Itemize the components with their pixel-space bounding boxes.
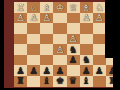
square-d3[interactable] [67,23,80,34]
letterbox-left [0,0,4,90]
square-d7[interactable] [67,65,80,76]
square-c2[interactable]: ♙ [80,13,93,24]
white-pawn-e5: ♙ [56,44,65,54]
square-g6[interactable] [27,55,40,66]
square-c7[interactable]: ♟ [80,65,93,76]
square-c6[interactable]: ♞ [80,55,93,66]
black-pawn-e7: ♟ [56,65,65,75]
square-c5[interactable] [80,44,93,55]
square-b2[interactable]: ♙ [93,13,106,24]
square-h5[interactable] [14,44,27,55]
square-h4[interactable] [14,34,27,45]
black-king-e8: ♚ [56,76,65,86]
square-b6[interactable] [93,55,106,66]
square-e4[interactable] [53,34,66,45]
square-f7[interactable]: ♟ [40,65,53,76]
black-queen-d8: ♛ [69,76,78,86]
square-f3[interactable] [40,23,53,34]
white-pawn-b2: ♙ [95,13,104,23]
square-g2[interactable]: ♙ [27,13,40,24]
white-pawn-c2: ♙ [82,13,91,23]
white-knight-b1: ♘ [95,2,104,12]
square-e3[interactable] [53,23,66,34]
square-e7[interactable]: ♟ [53,65,66,76]
white-king-e1: ♔ [56,2,65,12]
square-f4[interactable] [40,34,53,45]
square-g8[interactable] [27,76,40,87]
square-d5[interactable]: ♞ [67,44,80,55]
black-pawn-b7: ♟ [95,65,104,75]
black-pawn-f7: ♟ [43,65,52,75]
square-b7[interactable]: ♟ [93,65,106,76]
black-pawn-c7: ♟ [82,65,91,75]
chess-board: ♖♘♗♔♕♗♘♖♙♙♙♙♙♙♙♙♞♟♞♟♟♟♟♟♟♟♜♝♚♛♝♜ [14,2,119,87]
square-g4[interactable] [27,34,40,45]
square-f2[interactable]: ♙ [40,13,53,24]
square-g5[interactable] [27,44,40,55]
square-e5[interactable]: ♙ [53,44,66,55]
square-b8[interactable] [93,76,106,87]
white-pawn-d4: ♙ [69,34,78,44]
square-g1[interactable]: ♘ [27,2,40,13]
square-c4[interactable] [80,34,93,45]
square-d6[interactable]: ♟ [67,55,80,66]
square-e8[interactable]: ♚ [53,76,66,87]
square-b4[interactable] [93,34,106,45]
black-rook-h8: ♜ [16,76,25,86]
square-e6[interactable] [53,55,66,66]
white-knight-g1: ♘ [29,2,38,12]
square-c3[interactable] [80,23,93,34]
square-b3[interactable] [93,23,106,34]
black-pawn-g7: ♟ [29,65,38,75]
black-bishop-c8: ♝ [82,76,91,86]
black-pawn-d6: ♟ [69,55,78,65]
square-e1[interactable]: ♔ [53,2,66,13]
square-c8[interactable]: ♝ [80,76,93,87]
white-pawn-g2: ♙ [29,13,38,23]
square-g3[interactable] [27,23,40,34]
square-h7[interactable]: ♟ [14,65,27,76]
square-d8[interactable]: ♛ [67,76,80,87]
square-d2[interactable] [67,13,80,24]
letterbox-right-bottom [113,58,120,90]
square-b1[interactable]: ♘ [93,2,106,13]
square-b5[interactable] [93,44,106,55]
square-d1[interactable]: ♕ [67,2,80,13]
white-pawn-f2: ♙ [43,13,52,23]
white-queen-d1: ♕ [69,2,78,12]
video-thumbnail: ♖♘♗♔♕♗♘♖♙♙♙♙♙♙♙♙♞♟♞♟♟♟♟♟♟♟♜♝♚♛♝♜ [0,0,120,90]
square-f6[interactable] [40,55,53,66]
letterbox-right-top [105,0,120,58]
square-h2[interactable]: ♙ [14,13,27,24]
white-rook-h1: ♖ [16,2,25,12]
square-d4[interactable]: ♙ [67,34,80,45]
black-bishop-f8: ♝ [43,76,52,86]
white-bishop-c1: ♗ [82,2,91,12]
square-f1[interactable]: ♗ [40,2,53,13]
square-h8[interactable]: ♜ [14,76,27,87]
letterbox-bottom [0,88,120,90]
square-h6[interactable] [14,55,27,66]
square-h1[interactable]: ♖ [14,2,27,13]
white-pawn-h2: ♙ [16,13,25,23]
square-g7[interactable]: ♟ [27,65,40,76]
square-f5[interactable] [40,44,53,55]
black-pawn-h7: ♟ [16,65,25,75]
square-e2[interactable] [53,13,66,24]
white-bishop-f1: ♗ [43,2,52,12]
square-h3[interactable] [14,23,27,34]
square-c1[interactable]: ♗ [80,2,93,13]
black-knight-c6: ♞ [82,55,91,65]
black-knight-d5: ♞ [69,44,78,54]
square-f8[interactable]: ♝ [40,76,53,87]
